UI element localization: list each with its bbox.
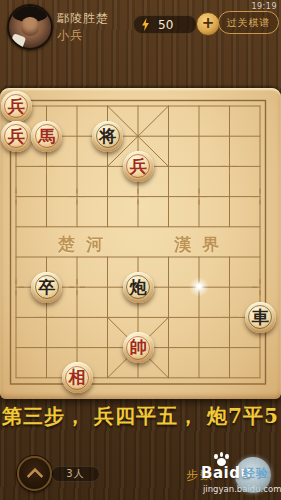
- lightning-icon: [141, 18, 150, 31]
- player-rank: 小兵: [57, 27, 83, 44]
- energy-pill[interactable]: 50: [133, 15, 197, 34]
- piece-red-soldier[interactable]: 兵: [1, 121, 32, 152]
- piece-black-cannon[interactable]: 炮: [123, 272, 154, 303]
- last-move-marker: ✦: [189, 277, 209, 297]
- piece-red-horse[interactable]: 馬: [31, 121, 62, 152]
- piece-black-soldier[interactable]: 卒: [31, 272, 62, 303]
- piece-red-soldier[interactable]: 兵: [123, 151, 154, 182]
- xiangqi-board[interactable]: 楚河 漢界 兵兵馬将兵卒炮車帥相✦: [0, 88, 281, 399]
- move-caption: 第三步， 兵四平五， 炮7平5: [0, 403, 281, 430]
- piece-red-elephant[interactable]: 相: [62, 362, 93, 393]
- add-energy-button[interactable]: +: [196, 12, 220, 36]
- player-name: 鄢陵胜楚: [57, 10, 109, 27]
- avatar-collar: [9, 33, 26, 50]
- collapse-button[interactable]: [17, 456, 52, 491]
- piece-red-general[interactable]: 帥: [123, 332, 154, 363]
- stage-records-button[interactable]: 过关棋谱: [218, 11, 279, 34]
- game-screen: 19:19 鄢陵胜楚 小兵 50 + 过关棋谱 楚河 漢界 兵兵馬将兵卒炮車帥相…: [0, 0, 281, 500]
- energy-value: 50: [158, 18, 173, 32]
- piece-black-chariot[interactable]: 車: [245, 302, 276, 333]
- watermark-badge: 经验: [243, 465, 269, 482]
- chevron-up-icon: [27, 468, 44, 485]
- clock-time: 19:19: [251, 2, 277, 11]
- piece-red-soldier[interactable]: 兵: [1, 91, 32, 122]
- players-count-badge: 3人: [51, 466, 100, 482]
- board-grid: 兵兵馬将兵卒炮車帥相✦: [1, 91, 276, 393]
- piece-black-general[interactable]: 将: [92, 121, 123, 152]
- avatar-face: [21, 17, 39, 36]
- avatar[interactable]: [7, 4, 53, 50]
